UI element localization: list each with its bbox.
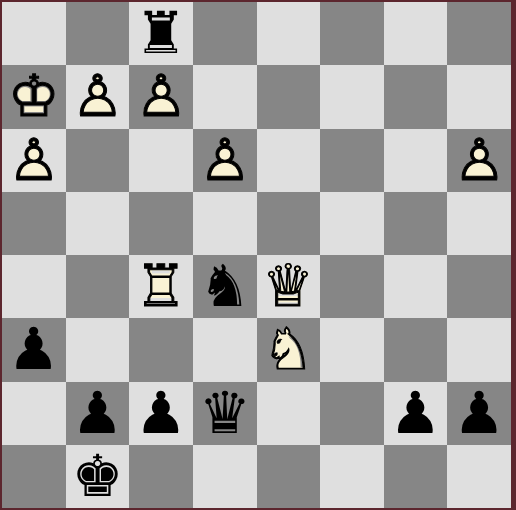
square-c3[interactable] (129, 318, 193, 381)
square-f1[interactable] (320, 445, 384, 508)
square-f2[interactable] (320, 382, 384, 445)
black-rook-icon: ♜ (135, 2, 187, 65)
square-d2[interactable]: ♛ (193, 382, 257, 445)
piece-black-pawn[interactable]: ♟ (129, 382, 193, 445)
black-knight-icon: ♞ (199, 255, 251, 318)
square-e8[interactable] (257, 2, 321, 65)
white-pawn-outline-icon: ♙ (135, 65, 187, 128)
white-queen-outline-icon: ♕ (262, 255, 314, 318)
square-g6[interactable] (384, 129, 448, 192)
square-h5[interactable] (447, 192, 511, 255)
piece-black-pawn[interactable]: ♟ (447, 382, 511, 445)
square-f7[interactable] (320, 65, 384, 128)
black-pawn-icon: ♟ (71, 382, 123, 445)
white-knight-outline-icon: ♘ (262, 318, 314, 381)
square-h6[interactable]: ♟♙ (447, 129, 511, 192)
square-d3[interactable] (193, 318, 257, 381)
piece-black-rook[interactable]: ♜ (129, 2, 193, 65)
square-c6[interactable] (129, 129, 193, 192)
black-pawn-icon: ♟ (8, 318, 60, 381)
white-king-outline-icon: ♔ (8, 65, 60, 128)
piece-black-queen[interactable]: ♛ (193, 382, 257, 445)
square-e2[interactable] (257, 382, 321, 445)
piece-white-pawn[interactable]: ♟♙ (193, 129, 257, 192)
black-king-icon: ♚ (71, 445, 123, 508)
square-c8[interactable]: ♜ (129, 2, 193, 65)
square-c2[interactable]: ♟ (129, 382, 193, 445)
piece-white-pawn[interactable]: ♟♙ (2, 129, 66, 192)
square-b8[interactable] (66, 2, 130, 65)
square-h2[interactable]: ♟ (447, 382, 511, 445)
piece-black-pawn[interactable]: ♟ (384, 382, 448, 445)
square-g3[interactable] (384, 318, 448, 381)
piece-white-rook[interactable]: ♜♖ (129, 255, 193, 318)
square-c4[interactable]: ♜♖ (129, 255, 193, 318)
white-pawn-outline-icon: ♙ (71, 65, 123, 128)
chess-board: ♜♚♔♟♙♟♙♟♙♟♙♟♙♜♖♞♛♕♟♞♘♟♟♛♟♟♚ (2, 2, 511, 508)
square-d8[interactable] (193, 2, 257, 65)
white-rook-outline-icon: ♖ (135, 255, 187, 318)
square-b2[interactable]: ♟ (66, 382, 130, 445)
piece-white-king[interactable]: ♚♔ (2, 65, 66, 128)
square-c1[interactable] (129, 445, 193, 508)
square-e5[interactable] (257, 192, 321, 255)
white-pawn-outline-icon: ♙ (199, 129, 251, 192)
square-f8[interactable] (320, 2, 384, 65)
square-b3[interactable] (66, 318, 130, 381)
square-f6[interactable] (320, 129, 384, 192)
piece-black-pawn[interactable]: ♟ (2, 318, 66, 381)
piece-black-king[interactable]: ♚ (66, 445, 130, 508)
square-a1[interactable] (2, 445, 66, 508)
square-g4[interactable] (384, 255, 448, 318)
square-d6[interactable]: ♟♙ (193, 129, 257, 192)
square-e3[interactable]: ♞♘ (257, 318, 321, 381)
square-a4[interactable] (2, 255, 66, 318)
black-pawn-icon: ♟ (453, 382, 505, 445)
square-g2[interactable]: ♟ (384, 382, 448, 445)
piece-white-pawn[interactable]: ♟♙ (66, 65, 130, 128)
square-f4[interactable] (320, 255, 384, 318)
white-pawn-outline-icon: ♙ (8, 129, 60, 192)
square-b4[interactable] (66, 255, 130, 318)
square-d1[interactable] (193, 445, 257, 508)
square-h7[interactable] (447, 65, 511, 128)
square-g7[interactable] (384, 65, 448, 128)
square-f3[interactable] (320, 318, 384, 381)
square-e1[interactable] (257, 445, 321, 508)
square-c5[interactable] (129, 192, 193, 255)
square-h3[interactable] (447, 318, 511, 381)
square-e4[interactable]: ♛♕ (257, 255, 321, 318)
square-g5[interactable] (384, 192, 448, 255)
square-d4[interactable]: ♞ (193, 255, 257, 318)
square-h8[interactable] (447, 2, 511, 65)
square-g8[interactable] (384, 2, 448, 65)
square-g1[interactable] (384, 445, 448, 508)
square-c7[interactable]: ♟♙ (129, 65, 193, 128)
piece-black-pawn[interactable]: ♟ (66, 382, 130, 445)
square-h1[interactable] (447, 445, 511, 508)
square-b6[interactable] (66, 129, 130, 192)
square-a2[interactable] (2, 382, 66, 445)
piece-white-queen[interactable]: ♛♕ (257, 255, 321, 318)
black-pawn-icon: ♟ (135, 382, 187, 445)
piece-white-pawn[interactable]: ♟♙ (447, 129, 511, 192)
square-d5[interactable] (193, 192, 257, 255)
white-pawn-outline-icon: ♙ (453, 129, 505, 192)
square-a3[interactable]: ♟ (2, 318, 66, 381)
square-d7[interactable] (193, 65, 257, 128)
chess-board-frame: ♜♚♔♟♙♟♙♟♙♟♙♟♙♜♖♞♛♕♟♞♘♟♟♛♟♟♚ (0, 0, 516, 510)
black-queen-icon: ♛ (199, 382, 251, 445)
square-e7[interactable] (257, 65, 321, 128)
square-h4[interactable] (447, 255, 511, 318)
piece-black-knight[interactable]: ♞ (193, 255, 257, 318)
square-b7[interactable]: ♟♙ (66, 65, 130, 128)
square-b5[interactable] (66, 192, 130, 255)
square-a5[interactable] (2, 192, 66, 255)
piece-white-pawn[interactable]: ♟♙ (129, 65, 193, 128)
black-pawn-icon: ♟ (390, 382, 442, 445)
square-a7[interactable]: ♚♔ (2, 65, 66, 128)
piece-white-knight[interactable]: ♞♘ (257, 318, 321, 381)
square-a8[interactable] (2, 2, 66, 65)
square-a6[interactable]: ♟♙ (2, 129, 66, 192)
square-e6[interactable] (257, 129, 321, 192)
square-b1[interactable]: ♚ (66, 445, 130, 508)
square-f5[interactable] (320, 192, 384, 255)
